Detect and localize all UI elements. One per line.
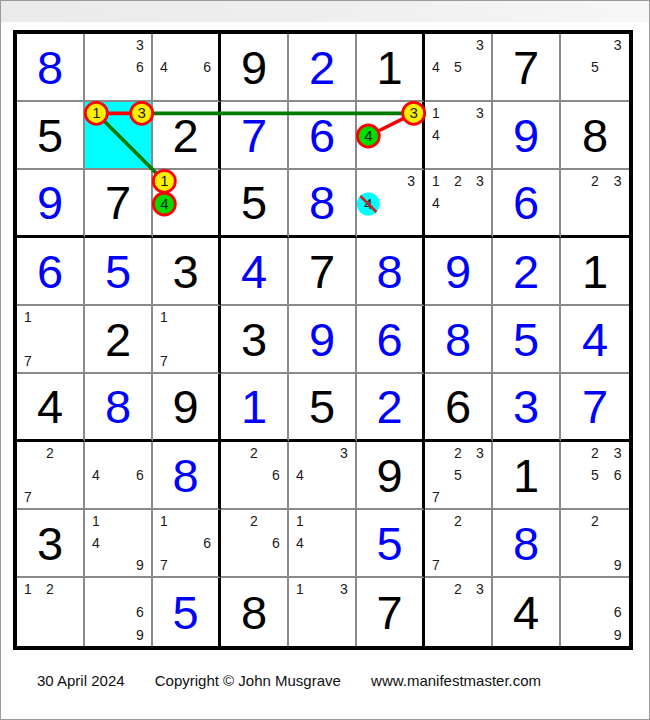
cell-r3c6[interactable]: 3 [357,170,425,238]
cell-value: 3 [17,510,83,576]
pencil-mark: 3 [614,446,622,460]
cell-r7c3[interactable]: 8 [153,442,221,510]
cell-value: 6 [289,102,355,168]
cell-r2c9[interactable]: 8 [561,102,629,170]
cell-value: 8 [289,170,355,235]
pencil-mark: 2 [46,446,54,460]
cell-r2c1[interactable]: 5 [17,102,85,170]
pencil-mark: 6 [614,605,622,619]
cell-value: 8 [153,442,218,508]
pencil-mark: 7 [160,354,168,368]
cell-value: 3 [493,374,559,439]
cell-r6c8[interactable]: 3 [493,374,561,442]
cell-value: 7 [221,102,287,168]
cell-value: 9 [221,34,287,100]
cell-value: 1 [221,374,287,439]
pencil-mark: 3 [476,38,484,52]
cell-r6c6[interactable]: 2 [357,374,425,442]
cell-value: 9 [357,442,422,508]
cell-value: 1 [357,34,422,100]
pencil-mark: 4 [432,196,440,210]
pencil-mark: 3 [614,174,622,188]
cell-r3c7[interactable]: 1234 [425,170,493,238]
pencil-mark: 4 [432,128,440,142]
cell-r4c9[interactable]: 1 [561,238,629,306]
cell-value: 7 [357,578,422,646]
cell-value: 6 [493,170,559,235]
cell-r8c1[interactable]: 3 [17,510,85,578]
cell-r7c6[interactable]: 9 [357,442,425,510]
pencil-mark: 1 [92,514,100,528]
pencil-mark: 6 [203,60,211,74]
pencil-mark: 4 [92,536,100,550]
pencil-mark: 4 [432,60,440,74]
cell-value: 3 [153,238,218,304]
pencil-mark: 6 [272,468,280,482]
cell-r6c9[interactable]: 7 [561,374,629,442]
cell-r9c5[interactable]: 13 [289,578,357,646]
pencil-mark: 5 [454,60,462,74]
cell-r4c7[interactable]: 9 [425,238,493,306]
cell-r8c2[interactable]: 149 [85,510,153,578]
cell-value: 8 [85,374,151,439]
cell-value: 8 [17,34,83,100]
cell-r1c2[interactable]: 36 [85,34,153,102]
cell-value: 9 [17,170,83,235]
cell-r6c5[interactable]: 5 [289,374,357,442]
cell-value: 9 [493,102,559,168]
cell-r4c2[interactable]: 5 [85,238,153,306]
pencil-mark: 2 [454,446,462,460]
cell-r5c5[interactable]: 9 [289,306,357,374]
cell-r6c4[interactable]: 1 [221,374,289,442]
pencil-mark: 2 [454,514,462,528]
cell-value: 4 [17,374,83,439]
cell-r3c5[interactable]: 8 [289,170,357,238]
pencil-mark: 5 [591,60,599,74]
pencil-mark: 2 [591,514,599,528]
pencil-mark: 2 [46,582,54,596]
pencil-mark: 4 [160,60,168,74]
cell-value: 9 [289,306,355,372]
pencil-mark: 3 [340,582,348,596]
cell-r7c1[interactable]: 27 [17,442,85,510]
cell-r1c5[interactable]: 2 [289,34,357,102]
pencil-mark: 3 [407,174,415,188]
pencil-mark: 2 [591,446,599,460]
cell-r4c8[interactable]: 2 [493,238,561,306]
pencil-mark: 1 [296,582,304,596]
cell-value: 8 [357,238,422,304]
pencil-mark: 2 [250,446,258,460]
cell-r7c5[interactable]: 34 [289,442,357,510]
cell-r8c8[interactable]: 8 [493,510,561,578]
cell-r7c9[interactable]: 2356 [561,442,629,510]
pencil-mark: 7 [24,490,32,504]
cell-value: 5 [221,170,287,235]
cell-r1c9[interactable]: 35 [561,34,629,102]
cell-r8c7[interactable]: 27 [425,510,493,578]
cell-r1c6[interactable]: 1 [357,34,425,102]
cell-r4c3[interactable]: 3 [153,238,221,306]
cell-r5c6[interactable]: 6 [357,306,425,374]
pencil-mark: 1 [160,514,168,528]
footer-copyright: Copyright © John Musgrave [155,672,341,689]
cell-value: 7 [561,374,629,439]
cell-value: 8 [425,306,491,372]
cell-r5c2[interactable]: 2 [85,306,153,374]
cell-r4c5[interactable]: 7 [289,238,357,306]
page: 8364692134573552761349897583123462365347… [0,0,650,720]
cell-value: 2 [357,374,422,439]
pencil-mark: 1 [432,106,440,120]
cell-r3c1[interactable]: 9 [17,170,85,238]
cell-r9c3[interactable]: 5 [153,578,221,646]
cell-value: 6 [425,374,491,439]
cell-r6c3[interactable]: 9 [153,374,221,442]
footer-date: 30 April 2024 [37,672,125,689]
cell-r9c8[interactable]: 4 [493,578,561,646]
pencil-mark: 6 [136,60,144,74]
cell-r1c8[interactable]: 7 [493,34,561,102]
cell-r8c4[interactable]: 26 [221,510,289,578]
cell-r8c3[interactable]: 167 [153,510,221,578]
cell-r4c4[interactable]: 4 [221,238,289,306]
pencil-mark: 1 [24,582,32,596]
footer-website[interactable]: www.manifestmaster.com [371,672,541,689]
pencil-mark: 5 [591,468,599,482]
cell-r1c3[interactable]: 46 [153,34,221,102]
pencil-mark: 3 [340,446,348,460]
cell-r9c2[interactable]: 69 [85,578,153,646]
pencil-mark: 1 [160,310,168,324]
cell-value: 5 [85,238,151,304]
cell-r7c2[interactable]: 46 [85,442,153,510]
cell-r1c4[interactable]: 9 [221,34,289,102]
pencil-mark: 3 [476,582,484,596]
cell-value: 5 [357,510,422,576]
cell-r3c9[interactable]: 23 [561,170,629,238]
pencil-mark: 9 [614,558,622,572]
pencil-mark: 4 [92,468,100,482]
pencil-mark: 6 [136,468,144,482]
cell-r3c2[interactable]: 7 [85,170,153,238]
pencil-mark: 1 [24,310,32,324]
cell-r1c7[interactable]: 345 [425,34,493,102]
cell-value: 5 [17,102,83,168]
cell-r9c9[interactable]: 69 [561,578,629,646]
pencil-mark: 9 [136,558,144,572]
cell-value: 2 [153,102,218,168]
cell-r9c7[interactable]: 23 [425,578,493,646]
cell-value: 8 [493,510,559,576]
cell-value: 4 [493,578,559,646]
cell-value: 3 [221,306,287,372]
cell-r2c4[interactable]: 7 [221,102,289,170]
cell-value: 9 [425,238,491,304]
pencil-mark: 3 [476,106,484,120]
cell-r4c6[interactable]: 8 [357,238,425,306]
cell-r5c3[interactable]: 17 [153,306,221,374]
pencil-mark: 6 [614,468,622,482]
pencil-mark: 7 [24,354,32,368]
cell-value: 6 [357,306,422,372]
cell-value: 4 [561,306,629,372]
pencil-mark: 9 [614,628,622,642]
cell-r3c3[interactable] [153,170,221,238]
pencil-mark: 3 [614,38,622,52]
cell-r9c1[interactable]: 12 [17,578,85,646]
cell-r4c1[interactable]: 6 [17,238,85,306]
cell-value: 8 [561,102,629,168]
cell-r2c8[interactable]: 9 [493,102,561,170]
pencil-mark: 1 [432,174,440,188]
sudoku-board: 8364692134573552761349897583123462365347… [13,30,633,650]
cell-value: 7 [85,170,151,235]
cell-r7c7[interactable]: 2357 [425,442,493,510]
cell-value: 5 [493,306,559,372]
cell-r6c2[interactable]: 8 [85,374,153,442]
footer: 30 April 2024 Copyright © John Musgrave … [37,672,541,689]
cell-value: 6 [17,238,83,304]
cell-r8c9[interactable]: 29 [561,510,629,578]
cell-r5c8[interactable]: 5 [493,306,561,374]
pencil-mark: 4 [296,468,304,482]
cell-r8c6[interactable]: 5 [357,510,425,578]
pencil-mark: 1 [296,514,304,528]
cell-value: 2 [493,238,559,304]
cell-r5c1[interactable]: 17 [17,306,85,374]
pencil-mark: 2 [454,174,462,188]
cell-r6c7[interactable]: 6 [425,374,493,442]
pencil-mark: 2 [591,174,599,188]
pencil-mark: 3 [476,174,484,188]
pencil-mark: 7 [432,490,440,504]
cell-r5c9[interactable]: 4 [561,306,629,374]
pencil-mark: 6 [203,536,211,550]
cell-r8c5[interactable]: 14 [289,510,357,578]
window-chrome-strip [1,1,649,23]
cell-value: 5 [153,578,218,646]
cell-value: 5 [289,374,355,439]
cell-r9c4[interactable]: 8 [221,578,289,646]
cell-r5c4[interactable]: 3 [221,306,289,374]
cell-value: 2 [85,306,151,372]
cell-value: 1 [561,238,629,304]
pencil-mark: 6 [272,536,280,550]
cell-value: 1 [493,442,559,508]
cell-value: 9 [153,374,218,439]
cell-r2c3[interactable]: 2 [153,102,221,170]
cell-r9c6[interactable]: 7 [357,578,425,646]
cell-r2c2[interactable] [85,102,153,170]
pencil-mark: 6 [136,605,144,619]
cell-r3c8[interactable]: 6 [493,170,561,238]
cell-r3c4[interactable]: 5 [221,170,289,238]
cell-r7c4[interactable]: 26 [221,442,289,510]
pencil-mark: 2 [250,514,258,528]
pencil-mark: 3 [136,38,144,52]
pencil-mark: 4 [296,536,304,550]
pencil-mark: 7 [432,558,440,572]
pencil-mark: 5 [454,468,462,482]
cell-r6c1[interactable]: 4 [17,374,85,442]
cell-value: 7 [493,34,559,100]
cell-value: 4 [221,238,287,304]
cell-value: 8 [221,578,287,646]
cell-r2c7[interactable]: 134 [425,102,493,170]
cell-r5c7[interactable]: 8 [425,306,493,374]
pencil-mark: 9 [136,628,144,642]
cell-value: 2 [289,34,355,100]
cell-r1c1[interactable]: 8 [17,34,85,102]
cell-r2c6[interactable] [357,102,425,170]
cell-value: 7 [289,238,355,304]
pencil-mark: 2 [454,582,462,596]
pencil-mark: 3 [476,446,484,460]
cell-r2c5[interactable]: 6 [289,102,357,170]
pencil-mark: 7 [160,558,168,572]
cell-r7c8[interactable]: 1 [493,442,561,510]
